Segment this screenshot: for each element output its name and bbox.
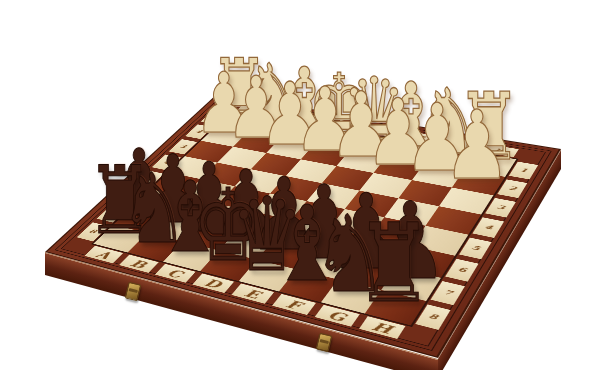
- piece-white-pawn: ♟: [443, 98, 511, 193]
- pieces-layer: ♜♞♝♚♛♝♞♜♟♟♟♟♟♟♟♟♟♟♟♟♟♟♟♟♜♞♝♚♛♝♞♜: [0, 0, 600, 370]
- piece-black-rook: ♜: [355, 210, 433, 319]
- chess-set-photo: AA11BB22CC33DD44EE55FF66GG77HH88 ♜♞♝♚♛♝♞…: [0, 0, 600, 370]
